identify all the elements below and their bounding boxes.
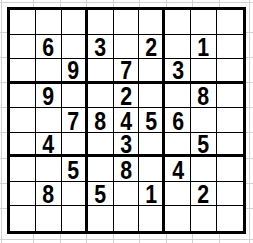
sudoku-cell-r8c1[interactable]: [10, 182, 36, 207]
given-digit: 2: [198, 182, 210, 207]
sudoku-cell-r1c2[interactable]: [36, 10, 62, 35]
given-digit: 6: [42, 35, 54, 60]
sudoku-cell-r5c3[interactable]: 7: [62, 108, 88, 133]
sudoku-cell-r6c8[interactable]: 5: [191, 133, 217, 158]
sudoku-cell-r4c8[interactable]: 8: [191, 84, 217, 109]
sudoku-cell-r3c1[interactable]: [10, 59, 36, 84]
background-gridline-horizontal: [0, 2, 253, 3]
sudoku-cell-r1c5[interactable]: [114, 10, 140, 35]
sudoku-cell-r8c2[interactable]: 8: [36, 182, 62, 207]
sudoku-cell-r3c4[interactable]: [88, 59, 114, 84]
sudoku-cell-r5c2[interactable]: [36, 108, 62, 133]
sudoku-cell-r8c4[interactable]: 5: [88, 182, 114, 207]
sudoku-cell-r3c5[interactable]: 7: [114, 59, 140, 84]
sudoku-cell-r1c9[interactable]: [217, 10, 243, 35]
sudoku-cell-r4c7[interactable]: [165, 84, 191, 109]
given-digit: 9: [67, 59, 79, 83]
sudoku-cell-r6c7[interactable]: [165, 133, 191, 158]
sudoku-cell-r7c1[interactable]: [10, 157, 36, 182]
sudoku-cell-r4c9[interactable]: [217, 84, 243, 109]
sudoku-cell-r2c1[interactable]: [10, 35, 36, 60]
sudoku-screenshot: 6321973928784564355848512: [0, 0, 253, 243]
sudoku-cell-r6c6[interactable]: [139, 133, 165, 158]
sudoku-cell-r5c8[interactable]: [191, 108, 217, 133]
sudoku-cell-r5c1[interactable]: [10, 108, 36, 133]
given-digit: 8: [94, 108, 106, 133]
sudoku-cell-r7c4[interactable]: [88, 157, 114, 182]
given-digit: 1: [198, 35, 210, 60]
given-digit: 4: [42, 133, 54, 157]
sudoku-cell-r2c7[interactable]: [165, 35, 191, 60]
sudoku-cell-r6c4[interactable]: [88, 133, 114, 158]
sudoku-cell-r4c3[interactable]: [62, 84, 88, 109]
sudoku-cell-r3c2[interactable]: [36, 59, 62, 84]
sudoku-cell-r5c5[interactable]: 4: [114, 108, 140, 133]
sudoku-cell-r9c8[interactable]: [191, 206, 217, 231]
given-digit: 8: [42, 182, 54, 207]
sudoku-cell-r3c8[interactable]: [191, 59, 217, 84]
sudoku-cell-r8c6[interactable]: 1: [139, 182, 165, 207]
sudoku-cell-r9c3[interactable]: [62, 206, 88, 231]
given-digit: 9: [42, 84, 54, 109]
sudoku-cell-r6c3[interactable]: [62, 133, 88, 158]
sudoku-cell-r1c4[interactable]: [88, 10, 114, 35]
sudoku-cell-r9c1[interactable]: [10, 206, 36, 231]
given-digit: 4: [120, 108, 132, 133]
given-digit: 1: [145, 182, 157, 207]
sudoku-cell-r3c6[interactable]: [139, 59, 165, 84]
given-digit: 3: [120, 133, 132, 157]
sudoku-cell-r6c1[interactable]: [10, 133, 36, 158]
sudoku-cell-r8c8[interactable]: 2: [191, 182, 217, 207]
sudoku-cell-r7c6[interactable]: [139, 157, 165, 182]
given-digit: 4: [172, 157, 184, 182]
sudoku-cell-r1c7[interactable]: [165, 10, 191, 35]
sudoku-cell-r6c2[interactable]: 4: [36, 133, 62, 158]
sudoku-cell-r7c8[interactable]: [191, 157, 217, 182]
sudoku-cell-r8c7[interactable]: [165, 182, 191, 207]
sudoku-cell-r9c4[interactable]: [88, 206, 114, 231]
background-gridline-vertical: [249, 0, 250, 243]
sudoku-cell-r4c2[interactable]: 9: [36, 84, 62, 109]
sudoku-cell-r7c3[interactable]: 5: [62, 157, 88, 182]
sudoku-cell-r9c2[interactable]: [36, 206, 62, 231]
given-digit: 2: [145, 35, 157, 60]
given-digit: 5: [198, 133, 210, 157]
sudoku-cell-r3c3[interactable]: 9: [62, 59, 88, 84]
sudoku-cell-r8c9[interactable]: [217, 182, 243, 207]
background-gridline-horizontal: [0, 239, 253, 240]
sudoku-cell-r2c3[interactable]: [62, 35, 88, 60]
given-digit: 5: [145, 108, 157, 133]
given-digit: 7: [120, 59, 132, 83]
sudoku-cell-r7c7[interactable]: 4: [165, 157, 191, 182]
sudoku-cell-r4c6[interactable]: [139, 84, 165, 109]
sudoku-cell-r2c8[interactable]: 1: [191, 35, 217, 60]
given-digit: 5: [67, 157, 79, 182]
sudoku-cell-r2c2[interactable]: 6: [36, 35, 62, 60]
sudoku-board: 6321973928784564355848512: [7, 7, 246, 234]
sudoku-cell-r4c1[interactable]: [10, 84, 36, 109]
sudoku-cell-r1c1[interactable]: [10, 10, 36, 35]
sudoku-cell-r2c4[interactable]: 3: [88, 35, 114, 60]
sudoku-cell-r5c7[interactable]: 6: [165, 108, 191, 133]
background-gridline-vertical: [1, 0, 2, 243]
sudoku-cell-r2c6[interactable]: 2: [139, 35, 165, 60]
sudoku-cell-r2c5[interactable]: [114, 35, 140, 60]
given-digit: 7: [67, 108, 79, 133]
sudoku-cell-r4c5[interactable]: 2: [114, 84, 140, 109]
sudoku-cell-r8c5[interactable]: [114, 182, 140, 207]
given-digit: 8: [198, 84, 210, 109]
sudoku-cell-r7c2[interactable]: [36, 157, 62, 182]
sudoku-cell-r6c9[interactable]: [217, 133, 243, 158]
sudoku-cell-r5c9[interactable]: [217, 108, 243, 133]
sudoku-cell-r9c7[interactable]: [165, 206, 191, 231]
sudoku-cell-r4c4[interactable]: [88, 84, 114, 109]
sudoku-cell-r6c5[interactable]: 3: [114, 133, 140, 158]
sudoku-cell-r2c9[interactable]: [217, 35, 243, 60]
sudoku-cell-r5c4[interactable]: 8: [88, 108, 114, 133]
sudoku-cell-r7c9[interactable]: [217, 157, 243, 182]
sudoku-cell-r1c3[interactable]: [62, 10, 88, 35]
sudoku-cell-r9c6[interactable]: [139, 206, 165, 231]
sudoku-cell-r5c6[interactable]: 5: [139, 108, 165, 133]
sudoku-cell-r9c9[interactable]: [217, 206, 243, 231]
sudoku-cell-r1c8[interactable]: [191, 10, 217, 35]
given-digit: 6: [172, 108, 184, 133]
sudoku-cell-r9c5[interactable]: [114, 206, 140, 231]
given-digit: 8: [120, 157, 132, 182]
given-digit: 5: [94, 182, 106, 207]
sudoku-cell-r7c5[interactable]: 8: [114, 157, 140, 182]
given-digit: 3: [94, 35, 106, 60]
sudoku-cell-r1c6[interactable]: [139, 10, 165, 35]
sudoku-cell-r8c3[interactable]: [62, 182, 88, 207]
given-digit: 2: [120, 84, 132, 109]
sudoku-cell-r3c7[interactable]: 3: [165, 59, 191, 84]
sudoku-cell-r3c9[interactable]: [217, 59, 243, 84]
given-digit: 3: [172, 59, 184, 83]
